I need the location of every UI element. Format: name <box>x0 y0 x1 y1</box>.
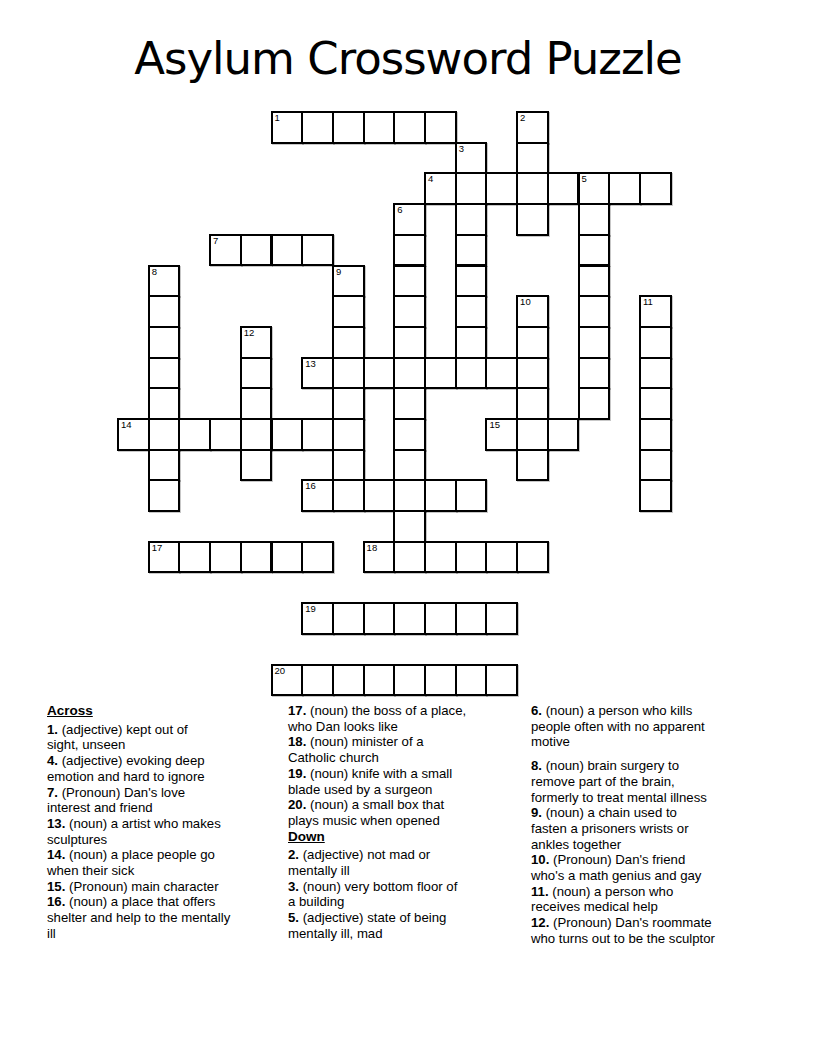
clue-number-label-8: 8. <box>531 758 542 773</box>
grid-cell-r8c17[interactable] <box>639 357 672 390</box>
cell-number-14: 14 <box>121 419 132 430</box>
grid-cell-r10c0[interactable]: 14 <box>117 418 150 451</box>
grid-cell-r2c11[interactable] <box>455 172 488 205</box>
clue-number-label-15: 15. <box>47 879 65 894</box>
grid-cell-r8c13[interactable] <box>516 357 549 390</box>
grid-cell-r12c9[interactable] <box>393 479 426 512</box>
clue-number-label-13: 13. <box>47 816 65 831</box>
grid-cell-r6c7[interactable] <box>332 295 365 328</box>
grid-cell-r0c10[interactable] <box>424 111 457 144</box>
grid-cell-r7c1[interactable] <box>148 326 181 359</box>
grid-cell-r16c12[interactable] <box>485 602 518 635</box>
grid-cell-r0c9[interactable] <box>393 111 426 144</box>
grid-cell-r5c15[interactable] <box>578 265 611 298</box>
grid-cell-r8c7[interactable] <box>332 357 365 390</box>
grid-cell-r7c15[interactable] <box>578 326 611 359</box>
grid-cell-r16c8[interactable] <box>363 602 396 635</box>
clue-9: 9. (noun) a chain used to fasten a priso… <box>531 805 771 852</box>
grid-cell-r2c15[interactable]: 5 <box>578 172 611 205</box>
grid-cell-r16c6[interactable]: 19 <box>301 602 334 635</box>
grid-cell-r5c1[interactable]: 8 <box>148 265 181 298</box>
clue-number-label-14: 14. <box>47 847 65 862</box>
grid-cell-r10c12[interactable]: 15 <box>485 418 518 451</box>
grid-cell-r8c1[interactable] <box>148 357 181 390</box>
grid-cell-r0c6[interactable] <box>301 111 334 144</box>
grid-cell-r7c7[interactable] <box>332 326 365 359</box>
clue-number-label-18: 18. <box>288 734 306 749</box>
grid-cell-r16c9[interactable] <box>393 602 426 635</box>
grid-cell-r3c11[interactable] <box>455 203 488 236</box>
clue-2: 2. (adjective) not mad or mentally ill <box>288 847 520 878</box>
grid-cell-r6c17[interactable]: 11 <box>639 295 672 328</box>
cell-number-5: 5 <box>582 173 587 184</box>
grid-cell-r12c8[interactable] <box>363 479 396 512</box>
crossword-grid: 1234567891011121314151617181920 <box>117 111 673 699</box>
grid-cell-r9c17[interactable] <box>639 387 672 420</box>
grid-cell-r8c4[interactable] <box>240 357 273 390</box>
grid-cell-r4c5[interactable] <box>271 234 304 267</box>
grid-cell-r9c4[interactable] <box>240 387 273 420</box>
grid-cell-r0c5[interactable]: 1 <box>271 111 304 144</box>
grid-cell-r8c15[interactable] <box>578 357 611 390</box>
grid-cell-r11c1[interactable] <box>148 449 181 482</box>
grid-cell-r12c7[interactable] <box>332 479 365 512</box>
grid-cell-r18c10[interactable] <box>424 664 457 697</box>
clue-8: 8. (noun) brain surgery to remove part o… <box>531 758 771 805</box>
grid-cell-r10c5[interactable] <box>271 418 304 451</box>
grid-cell-r4c6[interactable] <box>301 234 334 267</box>
grid-cell-r11c13[interactable] <box>516 449 549 482</box>
grid-cell-r6c13[interactable]: 10 <box>516 295 549 328</box>
clue-number-label-12: 12. <box>531 915 549 930</box>
grid-cell-r8c9[interactable] <box>393 357 426 390</box>
grid-cell-r14c2[interactable] <box>178 541 211 574</box>
grid-cell-r6c1[interactable] <box>148 295 181 328</box>
grid-cell-r4c3[interactable]: 7 <box>209 234 242 267</box>
grid-cell-r18c9[interactable] <box>393 664 426 697</box>
grid-cell-r6c9[interactable] <box>393 295 426 328</box>
grid-cell-r16c10[interactable] <box>424 602 457 635</box>
clue-3: 3. (noun) very bottom floor of a buildin… <box>288 879 520 910</box>
grid-cell-r10c9[interactable] <box>393 418 426 451</box>
grid-cell-r10c3[interactable] <box>209 418 242 451</box>
clue-number-label-7: 7. <box>47 785 58 800</box>
grid-cell-r14c1[interactable]: 17 <box>148 541 181 574</box>
grid-cell-r14c8[interactable]: 18 <box>363 541 396 574</box>
clue-18: 18. (noun) minister of a Catholic church <box>288 734 520 765</box>
grid-cell-r0c7[interactable] <box>332 111 365 144</box>
grid-cell-r6c15[interactable] <box>578 295 611 328</box>
clue-number-label-16: 16. <box>47 894 65 909</box>
grid-cell-r12c1[interactable] <box>148 479 181 512</box>
grid-cell-r11c7[interactable] <box>332 449 365 482</box>
grid-cell-r8c11[interactable] <box>455 357 488 390</box>
clue-17: 17. (noun) the boss of a place, who Dan … <box>288 703 520 734</box>
grid-cell-r7c11[interactable] <box>455 326 488 359</box>
grid-cell-r5c9[interactable] <box>393 265 426 298</box>
cell-number-12: 12 <box>244 327 255 338</box>
clue-number-label-20: 20. <box>288 797 306 812</box>
across-header: Across <box>47 703 287 719</box>
grid-cell-r10c7[interactable] <box>332 418 365 451</box>
grid-cell-r2c13[interactable] <box>516 172 549 205</box>
grid-cell-r9c9[interactable] <box>393 387 426 420</box>
grid-cell-r5c7[interactable]: 9 <box>332 265 365 298</box>
clue-16: 16. (noun) a place that offers shelter a… <box>47 894 287 941</box>
cell-number-6: 6 <box>397 204 402 215</box>
clues-column-1: Across1. (adjective) kept out of sight, … <box>47 703 287 942</box>
grid-cell-r12c6[interactable]: 16 <box>301 479 334 512</box>
cell-number-4: 4 <box>428 173 433 184</box>
clue-14: 14. (noun) a place people go when their … <box>47 847 287 878</box>
clue-number-label-4: 4. <box>47 753 58 768</box>
grid-cell-r4c4[interactable] <box>240 234 273 267</box>
cell-number-20: 20 <box>275 665 286 676</box>
clue-number-label-3: 3. <box>288 879 299 894</box>
grid-cell-r18c6[interactable] <box>301 664 334 697</box>
grid-cell-r10c1[interactable] <box>148 418 181 451</box>
grid-cell-r10c2[interactable] <box>178 418 211 451</box>
clue-number-label-19: 19. <box>288 766 306 781</box>
cell-number-2: 2 <box>520 112 525 123</box>
grid-cell-r14c12[interactable] <box>485 541 518 574</box>
clue-number-label-5: 5. <box>288 910 299 925</box>
clue-11: 11. (noun) a person who receives medical… <box>531 884 771 915</box>
grid-cell-r10c17[interactable] <box>639 418 672 451</box>
grid-cell-r14c13[interactable] <box>516 541 549 574</box>
grid-cell-r14c6[interactable] <box>301 541 334 574</box>
grid-cell-r5c11[interactable] <box>455 265 488 298</box>
grid-cell-r9c1[interactable] <box>148 387 181 420</box>
grid-cell-r14c10[interactable] <box>424 541 457 574</box>
grid-cell-r18c11[interactable] <box>455 664 488 697</box>
grid-cell-r14c11[interactable] <box>455 541 488 574</box>
grid-cell-r7c9[interactable] <box>393 326 426 359</box>
grid-cell-r0c8[interactable] <box>363 111 396 144</box>
grid-cell-r14c5[interactable] <box>271 541 304 574</box>
grid-cell-r12c17[interactable] <box>639 479 672 512</box>
cell-number-16: 16 <box>305 480 316 491</box>
grid-cell-r9c13[interactable] <box>516 387 549 420</box>
grid-cell-r3c15[interactable] <box>578 203 611 236</box>
clue-19: 19. (noun) knife with a small blade used… <box>288 766 520 797</box>
cell-number-3: 3 <box>459 143 464 154</box>
grid-cell-r2c12[interactable] <box>485 172 518 205</box>
crossword-page: Asylum Crossword Puzzle 1234567891011121… <box>0 0 816 1056</box>
grid-cell-r3c9[interactable]: 6 <box>393 203 426 236</box>
grid-cell-r3c13[interactable] <box>516 203 549 236</box>
clue-13: 13. (noun) a artist who makes sculptures <box>47 816 287 847</box>
grid-cell-r1c11[interactable]: 3 <box>455 142 488 175</box>
grid-cell-r12c10[interactable] <box>424 479 457 512</box>
grid-cell-r10c13[interactable] <box>516 418 549 451</box>
clue-15: 15. (Pronoun) main character <box>47 879 287 895</box>
cell-number-17: 17 <box>152 542 163 553</box>
cell-number-11: 11 <box>643 296 653 307</box>
clue-20: 20. (noun) a small box that plays music … <box>288 797 520 828</box>
grid-cell-r18c8[interactable] <box>363 664 396 697</box>
cell-number-19: 19 <box>305 603 316 614</box>
grid-cell-r16c7[interactable] <box>332 602 365 635</box>
grid-cell-r10c14[interactable] <box>547 418 580 451</box>
clues-column-3: 6. (noun) a person who kills people ofte… <box>531 703 771 947</box>
clues-column-2: 17. (noun) the boss of a place, who Dan … <box>288 703 520 942</box>
grid-cell-r11c17[interactable] <box>639 449 672 482</box>
cell-number-9: 9 <box>336 266 341 277</box>
grid-cell-r18c12[interactable] <box>485 664 518 697</box>
grid-cell-r2c10[interactable]: 4 <box>424 172 457 205</box>
grid-cell-r4c15[interactable] <box>578 234 611 267</box>
grid-cell-r4c9[interactable] <box>393 234 426 267</box>
clue-12: 12. (Pronoun) Dan's roommate who turns o… <box>531 915 771 946</box>
clue-number-label-6: 6. <box>531 703 542 718</box>
grid-cell-r6c11[interactable] <box>455 295 488 328</box>
grid-cell-r14c3[interactable] <box>209 541 242 574</box>
grid-cell-r14c9[interactable] <box>393 541 426 574</box>
clue-number-label-10: 10. <box>531 852 549 867</box>
cell-number-8: 8 <box>152 266 157 277</box>
clue-4: 4. (adjective) evoking deep emotion and … <box>47 753 287 784</box>
cell-number-18: 18 <box>367 542 378 553</box>
cell-number-10: 10 <box>520 296 531 307</box>
grid-cell-r2c17[interactable] <box>639 172 672 205</box>
grid-cell-r10c6[interactable] <box>301 418 334 451</box>
clue-number-label-11: 11. <box>531 884 549 899</box>
clue-1: 1. (adjective) kept out of sight, unseen <box>47 722 287 753</box>
cell-number-7: 7 <box>213 235 218 246</box>
clue-7: 7. (Pronoun) Dan's love interest and fri… <box>47 785 287 816</box>
grid-cell-r14c4[interactable] <box>240 541 273 574</box>
grid-cell-r8c8[interactable] <box>363 357 396 390</box>
grid-cell-r18c5[interactable]: 20 <box>271 664 304 697</box>
grid-cell-r18c7[interactable] <box>332 664 365 697</box>
grid-cell-r8c12[interactable] <box>485 357 518 390</box>
grid-cell-r2c16[interactable] <box>608 172 641 205</box>
grid-cell-r0c13[interactable]: 2 <box>516 111 549 144</box>
clue-10: 10. (Pronoun) Dan's friend who's a math … <box>531 852 771 883</box>
clue-number-label-17: 17. <box>288 703 306 718</box>
clue-number-label-1: 1. <box>47 722 58 737</box>
grid-cell-r7c13[interactable] <box>516 326 549 359</box>
grid-cell-r4c11[interactable] <box>455 234 488 267</box>
grid-cell-r8c10[interactable] <box>424 357 457 390</box>
cell-number-15: 15 <box>489 419 500 430</box>
grid-cell-r1c13[interactable] <box>516 142 549 175</box>
clue-5: 5. (adjective) state of being mentally i… <box>288 910 520 941</box>
down-header: Down <box>288 829 520 845</box>
clue-number-label-2: 2. <box>288 847 299 862</box>
grid-cell-r9c15[interactable] <box>578 387 611 420</box>
clue-6: 6. (noun) a person who kills people ofte… <box>531 703 771 750</box>
grid-cell-r11c9[interactable] <box>393 449 426 482</box>
grid-cell-r7c4[interactable]: 12 <box>240 326 273 359</box>
cell-number-13: 13 <box>305 358 316 369</box>
grid-cell-r12c11[interactable] <box>455 479 488 512</box>
grid-cell-r11c4[interactable] <box>240 449 273 482</box>
grid-cell-r7c17[interactable] <box>639 326 672 359</box>
grid-cell-r10c4[interactable] <box>240 418 273 451</box>
grid-cell-r13c9[interactable] <box>393 510 426 543</box>
cell-number-1: 1 <box>275 112 280 123</box>
grid-cell-r9c7[interactable] <box>332 387 365 420</box>
clue-number-label-9: 9. <box>531 805 542 820</box>
grid-cell-r16c11[interactable] <box>455 602 488 635</box>
grid-cell-r8c6[interactable]: 13 <box>301 357 334 390</box>
grid-cell-r2c14[interactable] <box>547 172 580 205</box>
page-title: Asylum Crossword Puzzle <box>0 36 816 81</box>
